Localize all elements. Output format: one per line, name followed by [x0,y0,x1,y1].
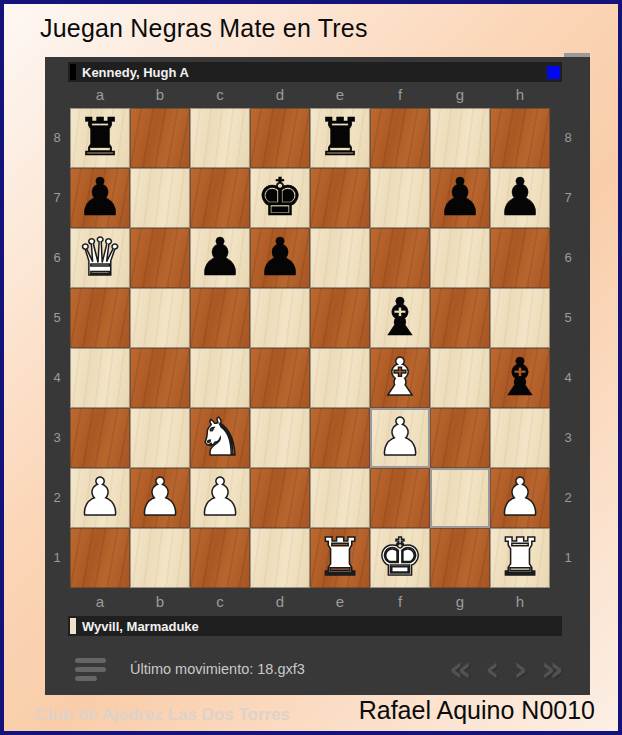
square-f2[interactable] [370,468,430,528]
white-rook-h1[interactable]: ♜ [490,528,550,588]
rank-label-2: 2 [45,468,69,528]
black-color-marker-icon [70,64,76,80]
white-bishop-f4[interactable]: ♝ [370,348,430,408]
square-a3[interactable] [70,408,130,468]
square-c3[interactable]: ♞ [190,408,250,468]
rank-label-5: 5 [45,288,69,348]
square-d2[interactable] [250,468,310,528]
last-move-label: Último movimiento: 18.gxf3 [130,661,305,677]
square-c8[interactable] [190,108,250,168]
status-square-icon [547,66,560,79]
prev-move-button[interactable]: ‹ [485,649,500,689]
square-a1[interactable] [70,528,130,588]
black-bishop-f5[interactable]: ♝ [370,288,430,348]
black-pawn-a7[interactable]: ♟ [70,168,130,228]
square-c6[interactable]: ♟ [190,228,250,288]
rank-label-4: 4 [45,348,69,408]
square-f3[interactable]: ♟ [370,408,430,468]
first-move-button[interactable]: « [449,649,472,689]
file-label-b: b [130,591,190,613]
chess-panel: Kennedy, Hugh A abcdefgh 87654321 876543… [45,57,590,695]
square-h2[interactable]: ♟ [490,468,550,528]
square-a7[interactable]: ♟ [70,168,130,228]
square-c2[interactable]: ♟ [190,468,250,528]
rank-label-7: 7 [45,168,69,228]
credit-label: Rafael Aquino N0010 [359,696,595,725]
square-c4[interactable] [190,348,250,408]
black-rook-a8[interactable]: ♜ [70,108,130,168]
file-label-a: a [70,591,130,613]
square-b3[interactable] [130,408,190,468]
white-player-name: Wyvill, Marmaduke [82,619,199,634]
square-f6[interactable] [370,228,430,288]
rank-labels-right: 87654321 [553,108,583,588]
white-pawn-c2[interactable]: ♟ [190,468,250,528]
player-bar-white: Wyvill, Marmaduke [68,616,562,636]
square-f4[interactable]: ♝ [370,348,430,408]
white-pawn-f3[interactable]: ♟ [370,408,430,468]
square-g8[interactable] [430,108,490,168]
square-a6[interactable]: ♛ [70,228,130,288]
square-g1[interactable] [430,528,490,588]
file-label-f: f [370,84,430,106]
square-d1[interactable] [250,528,310,588]
white-rook-e1[interactable]: ♜ [310,528,370,588]
square-f1[interactable]: ♚ [370,528,430,588]
square-b5[interactable] [130,288,190,348]
club-watermark: Club de Ajedrez Las Dos Torres [35,705,290,725]
file-label-d: d [250,84,310,106]
square-f7[interactable] [370,168,430,228]
square-d6[interactable]: ♟ [250,228,310,288]
square-a2[interactable]: ♟ [70,468,130,528]
square-e3[interactable] [310,408,370,468]
black-pawn-c6[interactable]: ♟ [190,228,250,288]
white-pawn-h2[interactable]: ♟ [490,468,550,528]
square-a4[interactable] [70,348,130,408]
square-g2[interactable] [430,468,490,528]
square-d8[interactable] [250,108,310,168]
square-e8[interactable]: ♜ [310,108,370,168]
square-f8[interactable] [370,108,430,168]
square-h7[interactable]: ♟ [490,168,550,228]
square-b1[interactable] [130,528,190,588]
move-navigation: « ‹ › » [449,649,564,689]
square-g7[interactable]: ♟ [430,168,490,228]
square-b6[interactable] [130,228,190,288]
square-g4[interactable] [430,348,490,408]
black-rook-e8[interactable]: ♜ [310,108,370,168]
rank-label-5: 5 [553,288,583,348]
square-c5[interactable] [190,288,250,348]
page-title: Juegan Negras Mate en Tres [40,14,368,43]
file-labels-top: abcdefgh [70,84,550,106]
white-pawn-a2[interactable]: ♟ [70,468,130,528]
square-e2[interactable] [310,468,370,528]
rank-label-1: 1 [45,528,69,588]
rank-label-3: 3 [45,408,69,468]
square-d7[interactable]: ♚ [250,168,310,228]
square-g5[interactable] [430,288,490,348]
file-label-f: f [370,591,430,613]
rank-label-2: 2 [553,468,583,528]
menu-icon[interactable] [75,658,106,681]
square-g6[interactable] [430,228,490,288]
white-color-marker-icon [70,618,76,634]
square-d3[interactable] [250,408,310,468]
file-label-b: b [130,84,190,106]
board: ♜♜♟♚♟♟♛♟♟♝♝♝♞♟♟♟♟♟♜♚♜ [70,108,550,588]
square-c7[interactable] [190,168,250,228]
black-pawn-h7[interactable]: ♟ [490,168,550,228]
square-e7[interactable] [310,168,370,228]
rank-label-6: 6 [553,228,583,288]
square-b8[interactable] [130,108,190,168]
black-king-d7[interactable]: ♚ [250,168,310,228]
file-label-c: c [190,84,250,106]
file-label-e: e [310,84,370,106]
square-d5[interactable] [250,288,310,348]
black-pawn-g7[interactable]: ♟ [430,168,490,228]
rank-label-4: 4 [553,348,583,408]
white-queen-a6[interactable]: ♛ [70,228,130,288]
file-label-g: g [430,84,490,106]
square-b4[interactable] [130,348,190,408]
square-h6[interactable] [490,228,550,288]
square-h8[interactable] [490,108,550,168]
next-move-button[interactable]: › [513,649,528,689]
player-bar-black: Kennedy, Hugh A [68,62,562,82]
square-h5[interactable] [490,288,550,348]
square-h1[interactable]: ♜ [490,528,550,588]
file-label-g: g [430,591,490,613]
panel-handle [564,53,590,57]
square-e5[interactable] [310,288,370,348]
last-move-button[interactable]: » [541,649,564,689]
square-g3[interactable] [430,408,490,468]
square-e6[interactable] [310,228,370,288]
app-window: Juegan Negras Mate en Tres Kennedy, Hugh… [0,0,622,735]
rank-label-3: 3 [553,408,583,468]
white-pawn-b2[interactable]: ♟ [130,468,190,528]
square-b2[interactable]: ♟ [130,468,190,528]
file-label-d: d [250,591,310,613]
black-bishop-h4[interactable]: ♝ [490,348,550,408]
rank-label-1: 1 [553,528,583,588]
rank-label-8: 8 [553,108,583,168]
rank-label-7: 7 [553,168,583,228]
square-e4[interactable] [310,348,370,408]
file-label-h: h [490,84,550,106]
rank-labels-left: 87654321 [45,108,69,588]
file-label-a: a [70,84,130,106]
white-king-f1[interactable]: ♚ [370,528,430,588]
file-labels-bottom: abcdefgh [70,591,550,613]
file-label-e: e [310,591,370,613]
rank-label-6: 6 [45,228,69,288]
square-h3[interactable] [490,408,550,468]
square-e1[interactable]: ♜ [310,528,370,588]
square-h4[interactable]: ♝ [490,348,550,408]
square-f5[interactable]: ♝ [370,288,430,348]
square-d4[interactable] [250,348,310,408]
toolbar: Último movimiento: 18.gxf3 « ‹ › » [45,643,590,695]
white-knight-c3[interactable]: ♞ [190,408,250,468]
rank-label-8: 8 [45,108,69,168]
square-a8[interactable]: ♜ [70,108,130,168]
black-player-name: Kennedy, Hugh A [82,65,189,80]
square-c1[interactable] [190,528,250,588]
file-label-c: c [190,591,250,613]
square-a5[interactable] [70,288,130,348]
square-b7[interactable] [130,168,190,228]
black-pawn-d6[interactable]: ♟ [250,228,310,288]
file-label-h: h [490,591,550,613]
